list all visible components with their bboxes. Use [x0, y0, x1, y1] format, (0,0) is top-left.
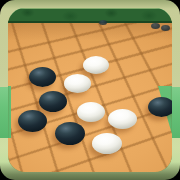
distant-black-stone — [99, 20, 107, 25]
white-stone — [83, 56, 109, 74]
black-stone — [18, 110, 47, 132]
black-stone — [29, 67, 56, 87]
board-scene — [8, 8, 172, 172]
black-stone — [55, 122, 85, 145]
black-stone — [148, 97, 173, 117]
app-icon-gomoku[interactable] — [0, 0, 180, 180]
goban-board — [8, 8, 172, 172]
white-stone — [108, 109, 137, 129]
black-stone — [39, 91, 67, 112]
hedge-strip — [8, 8, 172, 23]
distant-black-stone — [161, 25, 170, 31]
distant-black-stone — [151, 23, 160, 29]
screenshot-background: { "game": "gomoku", "description": "Gomo… — [0, 0, 180, 180]
white-stone — [64, 74, 91, 93]
white-stone — [77, 102, 105, 122]
white-stone — [92, 133, 122, 154]
